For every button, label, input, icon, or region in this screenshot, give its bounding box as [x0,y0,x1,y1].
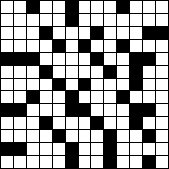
block-cell-r12c5 [66,156,78,168]
open-cell-r6c12[interactable] [156,79,168,91]
open-cell-r9c5[interactable] [66,117,78,129]
open-cell-r10c3[interactable] [40,130,52,142]
open-cell-r6c5[interactable] [66,79,78,91]
open-cell-r6c1[interactable] [14,79,26,91]
open-cell-r12c12[interactable] [156,156,168,168]
block-cell-r0c5 [66,1,78,13]
open-cell-r12c9[interactable] [117,156,129,168]
open-cell-r7c1[interactable] [14,91,26,103]
block-cell-r7c5 [66,91,78,103]
open-cell-r10c1[interactable] [14,130,26,142]
open-cell-r5c4[interactable] [53,66,65,78]
open-cell-r3c10[interactable] [130,40,142,52]
open-cell-r2c8[interactable] [104,27,116,39]
open-cell-r2c0[interactable] [1,27,13,39]
open-cell-r1c1[interactable] [14,14,26,26]
open-cell-r8c9[interactable] [117,104,129,116]
open-cell-r11c6[interactable] [79,143,91,155]
block-cell-r5c10 [130,66,142,78]
open-cell-r0c10[interactable] [130,1,142,13]
block-cell-r5c3 [40,66,52,78]
open-cell-r3c1[interactable] [14,40,26,52]
open-cell-r11c4[interactable] [53,143,65,155]
block-cell-r4c1 [14,53,26,65]
open-cell-r10c12[interactable] [156,130,168,142]
open-cell-r5c0[interactable] [1,66,13,78]
open-cell-r2c1[interactable] [14,27,26,39]
open-cell-r6c8[interactable] [104,79,116,91]
block-cell-r11c8 [104,143,116,155]
open-cell-r7c10[interactable] [130,91,142,103]
block-cell-r11c0 [1,143,13,155]
open-cell-r3c2[interactable] [27,40,39,52]
block-cell-r2c3 [40,27,52,39]
open-cell-r10c0[interactable] [1,130,13,142]
block-cell-r12c8 [104,156,116,168]
open-cell-r3c12[interactable] [156,40,168,52]
open-cell-r11c11[interactable] [143,143,155,155]
open-cell-r2c2[interactable] [27,27,39,39]
block-cell-r10c8 [104,130,116,142]
block-cell-r8c6 [79,104,91,116]
open-cell-r4c8[interactable] [104,53,116,65]
open-cell-r1c9[interactable] [117,14,129,26]
open-cell-r12c10[interactable] [130,156,142,168]
block-cell-r8c1 [14,104,26,116]
open-cell-r3c5[interactable] [66,40,78,52]
open-cell-r12c6[interactable] [79,156,91,168]
block-cell-r9c10 [130,117,142,129]
open-cell-r3c0[interactable] [1,40,13,52]
block-cell-r8c0 [1,104,13,116]
block-cell-r12c11 [143,156,155,168]
block-cell-r3c6 [79,40,91,52]
open-cell-r8c8[interactable] [104,104,116,116]
open-cell-r0c0[interactable] [1,1,13,13]
open-cell-r4c5[interactable] [66,53,78,65]
block-cell-r7c9 [117,91,129,103]
block-cell-r8c5 [66,104,78,116]
block-cell-r8c11 [143,104,155,116]
block-cell-r11c5 [66,143,78,155]
open-cell-r6c3[interactable] [40,79,52,91]
open-cell-r9c12[interactable] [156,117,168,129]
open-cell-r4c4[interactable] [53,53,65,65]
block-cell-r0c9 [117,1,129,13]
open-cell-r12c3[interactable] [40,156,52,168]
block-cell-r7c2 [27,91,39,103]
open-cell-r11c9[interactable] [117,143,129,155]
open-cell-r9c4[interactable] [53,117,65,129]
open-cell-r10c10[interactable] [130,130,142,142]
block-cell-r6c6 [79,79,91,91]
open-cell-r10c5[interactable] [66,130,78,142]
block-cell-r3c4 [53,40,65,52]
block-cell-r11c1 [14,143,26,155]
block-cell-r9c3 [40,117,52,129]
open-cell-r9c9[interactable] [117,117,129,129]
block-cell-r8c10 [130,104,142,116]
open-cell-r12c0[interactable] [1,156,13,168]
open-cell-r1c0[interactable] [1,14,13,26]
open-cell-r6c0[interactable] [1,79,13,91]
block-cell-r2c12 [156,27,168,39]
block-cell-r6c10 [130,79,142,91]
block-cell-r4c10 [130,53,142,65]
open-cell-r4c6[interactable] [79,53,91,65]
open-cell-r0c3[interactable] [40,1,52,13]
open-cell-r12c1[interactable] [14,156,26,168]
block-cell-r4c0 [1,53,13,65]
block-cell-r4c7 [91,53,103,65]
open-cell-r10c7[interactable] [91,130,103,142]
open-cell-r3c11[interactable] [143,40,155,52]
block-cell-r2c11 [143,27,155,39]
open-cell-r2c9[interactable] [117,27,129,39]
open-cell-r9c8[interactable] [104,117,116,129]
open-cell-r0c6[interactable] [79,1,91,13]
open-cell-r2c6[interactable] [79,27,91,39]
open-cell-r4c9[interactable] [117,53,129,65]
open-cell-r6c11[interactable] [143,79,155,91]
block-cell-r2c7 [91,27,103,39]
open-cell-r5c1[interactable] [14,66,26,78]
open-cell-r2c4[interactable] [53,27,65,39]
open-cell-r4c3[interactable] [40,53,52,65]
open-cell-r2c10[interactable] [130,27,142,39]
open-cell-r4c12[interactable] [156,53,168,65]
block-cell-r6c4 [53,79,65,91]
block-cell-r9c7 [91,117,103,129]
open-cell-r0c7[interactable] [91,1,103,13]
open-cell-r3c7[interactable] [91,40,103,52]
open-cell-r7c4[interactable] [53,91,65,103]
open-cell-r5c5[interactable] [66,66,78,78]
open-cell-r7c12[interactable] [156,91,168,103]
open-cell-r10c6[interactable] [79,130,91,142]
open-cell-r1c6[interactable] [79,14,91,26]
open-cell-r9c6[interactable] [79,117,91,129]
block-cell-r1c5 [66,14,78,26]
open-cell-r6c7[interactable] [91,79,103,91]
open-cell-r2c5[interactable] [66,27,78,39]
open-cell-r8c4[interactable] [53,104,65,116]
open-cell-r1c7[interactable] [91,14,103,26]
block-cell-r5c8 [104,66,116,78]
open-cell-r5c12[interactable] [156,66,168,78]
open-cell-r11c2[interactable] [27,143,39,155]
open-cell-r11c12[interactable] [156,143,168,155]
open-cell-r0c1[interactable] [14,1,26,13]
block-cell-r10c11 [143,130,155,142]
open-cell-r9c1[interactable] [14,117,26,129]
open-cell-r5c7[interactable] [91,66,103,78]
open-cell-r9c11[interactable] [143,117,155,129]
open-cell-r1c3[interactable] [40,14,52,26]
block-cell-r0c2 [27,1,39,13]
open-cell-r7c7[interactable] [91,91,103,103]
open-cell-r9c0[interactable] [1,117,13,129]
open-cell-r3c3[interactable] [40,40,52,52]
open-cell-r12c2[interactable] [27,156,39,168]
crossword-grid [0,0,169,169]
open-cell-r7c3[interactable] [40,91,52,103]
open-cell-r0c8[interactable] [104,1,116,13]
open-cell-r11c10[interactable] [130,143,142,155]
open-cell-r5c2[interactable] [27,66,39,78]
open-cell-r1c2[interactable] [27,14,39,26]
open-cell-r6c9[interactable] [117,79,129,91]
open-cell-r12c7[interactable] [91,156,103,168]
open-cell-r1c12[interactable] [156,14,168,26]
open-cell-r7c11[interactable] [143,91,155,103]
open-cell-r7c8[interactable] [104,91,116,103]
open-cell-r7c0[interactable] [1,91,13,103]
open-cell-r1c10[interactable] [130,14,142,26]
open-cell-r8c3[interactable] [40,104,52,116]
open-cell-r5c9[interactable] [117,66,129,78]
open-cell-r1c4[interactable] [53,14,65,26]
open-cell-r5c6[interactable] [79,66,91,78]
block-cell-r3c9 [117,40,129,52]
open-cell-r8c7[interactable] [91,104,103,116]
block-cell-r10c4 [53,130,65,142]
open-cell-r11c7[interactable] [91,143,103,155]
block-cell-r4c11 [143,53,155,65]
open-cell-r10c2[interactable] [27,130,39,142]
open-cell-r1c11[interactable] [143,14,155,26]
open-cell-r1c8[interactable] [104,14,116,26]
open-cell-r0c12[interactable] [156,1,168,13]
block-cell-r4c2 [27,53,39,65]
open-cell-r8c2[interactable] [27,104,39,116]
open-cell-r10c9[interactable] [117,130,129,142]
open-cell-r0c4[interactable] [53,1,65,13]
open-cell-r8c12[interactable] [156,104,168,116]
open-cell-r9c2[interactable] [27,117,39,129]
open-cell-r6c2[interactable] [27,79,39,91]
open-cell-r11c3[interactable] [40,143,52,155]
open-cell-r7c6[interactable] [79,91,91,103]
open-cell-r3c8[interactable] [104,40,116,52]
crossword-puzzle [0,0,169,169]
open-cell-r0c11[interactable] [143,1,155,13]
open-cell-r12c4[interactable] [53,156,65,168]
open-cell-r5c11[interactable] [143,66,155,78]
